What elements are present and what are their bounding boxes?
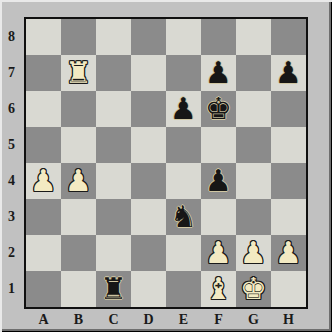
- square-e4[interactable]: [166, 163, 201, 199]
- square-e1[interactable]: [166, 271, 201, 307]
- black-pawn-f4[interactable]: ♟: [205, 163, 232, 199]
- file-label-g: G: [236, 310, 271, 330]
- white-pawn-f2[interactable]: ♟: [205, 235, 232, 271]
- white-pawn-h2[interactable]: ♟: [275, 235, 302, 271]
- square-e8[interactable]: [166, 19, 201, 55]
- square-a3[interactable]: [26, 199, 61, 235]
- square-a2[interactable]: [26, 235, 61, 271]
- file-label-d: D: [131, 310, 166, 330]
- black-pawn-f7[interactable]: ♟: [205, 55, 232, 91]
- square-b5[interactable]: [61, 127, 96, 163]
- black-pawn-h7[interactable]: ♟: [275, 55, 302, 91]
- square-b1[interactable]: [61, 271, 96, 307]
- square-h7[interactable]: ♟: [271, 55, 306, 91]
- square-g1[interactable]: ♚: [236, 271, 271, 307]
- square-a4[interactable]: ♟: [26, 163, 61, 199]
- square-f7[interactable]: ♟: [201, 55, 236, 91]
- square-g3[interactable]: [236, 199, 271, 235]
- square-c6[interactable]: [96, 91, 131, 127]
- square-e3[interactable]: ♞: [166, 199, 201, 235]
- rank-label-1: 1: [0, 271, 23, 307]
- square-f3[interactable]: [201, 199, 236, 235]
- square-h5[interactable]: [271, 127, 306, 163]
- square-g8[interactable]: [236, 19, 271, 55]
- square-h2[interactable]: ♟: [271, 235, 306, 271]
- square-d1[interactable]: [131, 271, 166, 307]
- square-b3[interactable]: [61, 199, 96, 235]
- square-b2[interactable]: [61, 235, 96, 271]
- square-g5[interactable]: [236, 127, 271, 163]
- square-d3[interactable]: [131, 199, 166, 235]
- square-c4[interactable]: [96, 163, 131, 199]
- file-label-h: H: [271, 310, 306, 330]
- square-d8[interactable]: [131, 19, 166, 55]
- file-label-f: F: [201, 310, 236, 330]
- square-b8[interactable]: [61, 19, 96, 55]
- square-f8[interactable]: [201, 19, 236, 55]
- square-c2[interactable]: [96, 235, 131, 271]
- square-c8[interactable]: [96, 19, 131, 55]
- square-c1[interactable]: ♜: [96, 271, 131, 307]
- rank-label-5: 5: [0, 127, 23, 163]
- square-b7[interactable]: ♜: [61, 55, 96, 91]
- black-rook-c1[interactable]: ♜: [100, 271, 127, 307]
- black-king-f6[interactable]: ♚: [205, 91, 232, 127]
- square-b6[interactable]: [61, 91, 96, 127]
- file-label-a: A: [26, 310, 61, 330]
- square-e7[interactable]: [166, 55, 201, 91]
- file-label-e: E: [166, 310, 201, 330]
- square-f5[interactable]: [201, 127, 236, 163]
- file-label-c: C: [96, 310, 131, 330]
- square-h6[interactable]: [271, 91, 306, 127]
- square-c7[interactable]: [96, 55, 131, 91]
- rank-label-3: 3: [0, 199, 23, 235]
- square-e2[interactable]: [166, 235, 201, 271]
- white-king-g1[interactable]: ♚: [240, 271, 267, 307]
- square-c3[interactable]: [96, 199, 131, 235]
- rank-label-4: 4: [0, 163, 23, 199]
- square-h1[interactable]: [271, 271, 306, 307]
- chess-board: ♜♟♟♟♚♟♟♟♞♟♟♟♜♝♚: [24, 17, 308, 309]
- square-g2[interactable]: ♟: [236, 235, 271, 271]
- square-f6[interactable]: ♚: [201, 91, 236, 127]
- black-knight-e3[interactable]: ♞: [170, 199, 197, 235]
- square-d2[interactable]: [131, 235, 166, 271]
- black-pawn-e6[interactable]: ♟: [170, 91, 197, 127]
- square-a1[interactable]: [26, 271, 61, 307]
- white-pawn-g2[interactable]: ♟: [240, 235, 267, 271]
- white-rook-b7[interactable]: ♜: [65, 55, 92, 91]
- white-pawn-b4[interactable]: ♟: [65, 163, 92, 199]
- square-d6[interactable]: [131, 91, 166, 127]
- rank-label-7: 7: [0, 55, 23, 91]
- square-h3[interactable]: [271, 199, 306, 235]
- square-d4[interactable]: [131, 163, 166, 199]
- square-h8[interactable]: [271, 19, 306, 55]
- square-f4[interactable]: ♟: [201, 163, 236, 199]
- square-a6[interactable]: [26, 91, 61, 127]
- square-d5[interactable]: [131, 127, 166, 163]
- square-h4[interactable]: [271, 163, 306, 199]
- file-label-b: B: [61, 310, 96, 330]
- square-c5[interactable]: [96, 127, 131, 163]
- rank-label-6: 6: [0, 91, 23, 127]
- square-g4[interactable]: [236, 163, 271, 199]
- square-a5[interactable]: [26, 127, 61, 163]
- square-b4[interactable]: ♟: [61, 163, 96, 199]
- square-g7[interactable]: [236, 55, 271, 91]
- chess-diagram-window: ♜♟♟♟♚♟♟♟♞♟♟♟♜♝♚ 87654321 ABCDEFGH: [0, 0, 332, 332]
- square-g6[interactable]: [236, 91, 271, 127]
- white-bishop-f1[interactable]: ♝: [205, 271, 232, 307]
- square-a8[interactable]: [26, 19, 61, 55]
- rank-label-8: 8: [0, 19, 23, 55]
- square-f1[interactable]: ♝: [201, 271, 236, 307]
- rank-label-2: 2: [0, 235, 23, 271]
- square-a7[interactable]: [26, 55, 61, 91]
- square-e6[interactable]: ♟: [166, 91, 201, 127]
- square-d7[interactable]: [131, 55, 166, 91]
- white-pawn-a4[interactable]: ♟: [30, 163, 57, 199]
- square-f2[interactable]: ♟: [201, 235, 236, 271]
- square-e5[interactable]: [166, 127, 201, 163]
